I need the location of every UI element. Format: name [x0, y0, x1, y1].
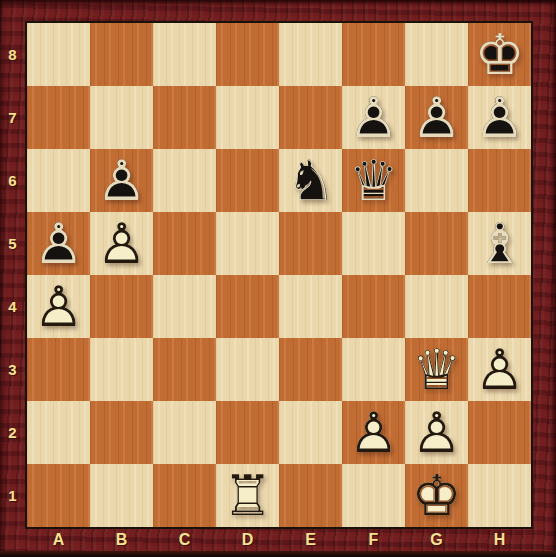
- square-g5[interactable]: [405, 212, 468, 275]
- square-f1[interactable]: [342, 464, 405, 527]
- file-label-B: B: [90, 529, 153, 551]
- square-c6[interactable]: [153, 149, 216, 212]
- chess-board: ♚♔♟♙♟♙♟♙♟♙♞♘♛♕♟♙♟♙♝♗♟♙♛♕♟♙♟♙♟♙♜♖♚♔: [25, 21, 533, 529]
- square-h7[interactable]: ♟♙: [468, 86, 531, 149]
- square-f2[interactable]: ♟♙: [342, 401, 405, 464]
- square-h8[interactable]: ♚♔: [468, 23, 531, 86]
- square-f4[interactable]: [342, 275, 405, 338]
- square-b1[interactable]: [90, 464, 153, 527]
- piece-white-pawn[interactable]: ♟♙: [90, 212, 153, 275]
- piece-white-queen[interactable]: ♛♕: [405, 338, 468, 401]
- square-h2[interactable]: [468, 401, 531, 464]
- piece-white-rook[interactable]: ♜♖: [216, 464, 279, 527]
- piece-white-pawn[interactable]: ♟♙: [342, 401, 405, 464]
- square-c3[interactable]: [153, 338, 216, 401]
- piece-black-pawn[interactable]: ♟♙: [342, 86, 405, 149]
- rank-label-4: 4: [0, 275, 25, 338]
- rank-label-7: 7: [0, 86, 25, 149]
- square-e4[interactable]: [279, 275, 342, 338]
- square-b5[interactable]: ♟♙: [90, 212, 153, 275]
- square-a2[interactable]: [27, 401, 90, 464]
- file-label-A: A: [27, 529, 90, 551]
- square-a1[interactable]: [27, 464, 90, 527]
- piece-black-pawn[interactable]: ♟♙: [27, 212, 90, 275]
- square-g1[interactable]: ♚♔: [405, 464, 468, 527]
- file-label-H: H: [468, 529, 531, 551]
- frame-bottom-edge: [0, 551, 556, 557]
- square-f8[interactable]: [342, 23, 405, 86]
- piece-black-bishop[interactable]: ♝♗: [468, 212, 531, 275]
- rank-label-8: 8: [0, 23, 25, 86]
- rank-label-1: 1: [0, 464, 25, 527]
- square-a3[interactable]: [27, 338, 90, 401]
- square-e2[interactable]: [279, 401, 342, 464]
- square-b6[interactable]: ♟♙: [90, 149, 153, 212]
- square-a8[interactable]: [27, 23, 90, 86]
- piece-black-king[interactable]: ♚♔: [468, 23, 531, 86]
- piece-black-pawn[interactable]: ♟♙: [468, 86, 531, 149]
- square-b7[interactable]: [90, 86, 153, 149]
- square-g6[interactable]: [405, 149, 468, 212]
- square-d8[interactable]: [216, 23, 279, 86]
- rank-label-2: 2: [0, 401, 25, 464]
- square-h4[interactable]: [468, 275, 531, 338]
- square-c8[interactable]: [153, 23, 216, 86]
- file-labels: ABCDEFGH: [27, 529, 531, 551]
- chessboard-frame: 87654321 ABCDEFGH ♚♔♟♙♟♙♟♙♟♙♞♘♛♕♟♙♟♙♝♗♟♙…: [0, 0, 556, 557]
- square-g3[interactable]: ♛♕: [405, 338, 468, 401]
- square-c4[interactable]: [153, 275, 216, 338]
- square-g4[interactable]: [405, 275, 468, 338]
- square-f6[interactable]: ♛♕: [342, 149, 405, 212]
- piece-white-king[interactable]: ♚♔: [405, 464, 468, 527]
- file-label-F: F: [342, 529, 405, 551]
- square-b3[interactable]: [90, 338, 153, 401]
- square-h6[interactable]: [468, 149, 531, 212]
- file-label-E: E: [279, 529, 342, 551]
- square-b2[interactable]: [90, 401, 153, 464]
- square-f3[interactable]: [342, 338, 405, 401]
- square-a7[interactable]: [27, 86, 90, 149]
- piece-white-pawn[interactable]: ♟♙: [405, 401, 468, 464]
- square-d6[interactable]: [216, 149, 279, 212]
- square-e5[interactable]: [279, 212, 342, 275]
- square-a5[interactable]: ♟♙: [27, 212, 90, 275]
- piece-black-pawn[interactable]: ♟♙: [90, 149, 153, 212]
- square-c5[interactable]: [153, 212, 216, 275]
- square-f5[interactable]: [342, 212, 405, 275]
- rank-labels: 87654321: [0, 23, 25, 527]
- square-b8[interactable]: [90, 23, 153, 86]
- rank-label-5: 5: [0, 212, 25, 275]
- square-g2[interactable]: ♟♙: [405, 401, 468, 464]
- piece-black-knight[interactable]: ♞♘: [279, 149, 342, 212]
- rank-label-3: 3: [0, 338, 25, 401]
- square-f7[interactable]: ♟♙: [342, 86, 405, 149]
- square-a4[interactable]: ♟♙: [27, 275, 90, 338]
- piece-black-pawn[interactable]: ♟♙: [405, 86, 468, 149]
- piece-black-queen[interactable]: ♛♕: [342, 149, 405, 212]
- square-e1[interactable]: [279, 464, 342, 527]
- square-c7[interactable]: [153, 86, 216, 149]
- square-c1[interactable]: [153, 464, 216, 527]
- square-d1[interactable]: ♜♖: [216, 464, 279, 527]
- square-d3[interactable]: [216, 338, 279, 401]
- square-d4[interactable]: [216, 275, 279, 338]
- square-h1[interactable]: [468, 464, 531, 527]
- file-label-D: D: [216, 529, 279, 551]
- square-e6[interactable]: ♞♘: [279, 149, 342, 212]
- square-d2[interactable]: [216, 401, 279, 464]
- square-a6[interactable]: [27, 149, 90, 212]
- square-e7[interactable]: [279, 86, 342, 149]
- piece-white-pawn[interactable]: ♟♙: [27, 275, 90, 338]
- file-label-G: G: [405, 529, 468, 551]
- square-b4[interactable]: [90, 275, 153, 338]
- square-e3[interactable]: [279, 338, 342, 401]
- piece-white-pawn[interactable]: ♟♙: [468, 338, 531, 401]
- square-g7[interactable]: ♟♙: [405, 86, 468, 149]
- square-c2[interactable]: [153, 401, 216, 464]
- file-label-C: C: [153, 529, 216, 551]
- square-h3[interactable]: ♟♙: [468, 338, 531, 401]
- square-g8[interactable]: [405, 23, 468, 86]
- square-h5[interactable]: ♝♗: [468, 212, 531, 275]
- rank-label-6: 6: [0, 149, 25, 212]
- square-d7[interactable]: [216, 86, 279, 149]
- square-e8[interactable]: [279, 23, 342, 86]
- square-d5[interactable]: [216, 212, 279, 275]
